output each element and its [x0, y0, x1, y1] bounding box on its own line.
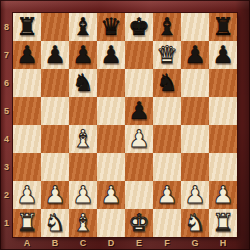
square-a7[interactable]: ♟ [13, 41, 41, 69]
file-label-a: A [13, 236, 41, 250]
square-f6[interactable]: ♞ [153, 69, 181, 97]
file-label-d: D [97, 236, 125, 250]
square-g3[interactable] [181, 153, 209, 181]
square-e8[interactable]: ♚ [125, 13, 153, 41]
file-labels: ABCDEFGH [13, 236, 237, 250]
square-f2[interactable]: ♟ [153, 181, 181, 209]
square-h2[interactable]: ♟ [209, 181, 237, 209]
square-h6[interactable] [209, 69, 237, 97]
square-c4[interactable]: ♝ [69, 125, 97, 153]
square-d7[interactable]: ♟ [97, 41, 125, 69]
black-knight-f6[interactable]: ♞ [153, 69, 181, 97]
square-a2[interactable]: ♟ [13, 181, 41, 209]
file-label-g: G [181, 236, 209, 250]
square-b6[interactable] [41, 69, 69, 97]
rank-label-4: 4 [0, 125, 13, 153]
square-e2[interactable] [125, 181, 153, 209]
black-king-e8[interactable]: ♚ [125, 13, 153, 41]
black-knight-c6[interactable]: ♞ [69, 69, 97, 97]
file-label-f: F [153, 236, 181, 250]
square-f1[interactable] [153, 209, 181, 237]
square-e6[interactable] [125, 69, 153, 97]
white-queen-f7[interactable]: ♛ [153, 41, 181, 69]
square-g4[interactable] [181, 125, 209, 153]
square-g5[interactable] [181, 97, 209, 125]
file-label-b: B [41, 236, 69, 250]
square-e4[interactable]: ♟ [125, 125, 153, 153]
square-d5[interactable] [97, 97, 125, 125]
white-rook-h1[interactable]: ♜ [209, 209, 237, 237]
square-g7[interactable]: ♟ [181, 41, 209, 69]
square-g2[interactable]: ♟ [181, 181, 209, 209]
black-bishop-f8[interactable]: ♝ [153, 13, 181, 41]
square-g1[interactable]: ♞ [181, 209, 209, 237]
white-knight-b1[interactable]: ♞ [41, 209, 69, 237]
square-d8[interactable]: ♛ [97, 13, 125, 41]
square-a4[interactable] [13, 125, 41, 153]
square-a1[interactable]: ♜ [13, 209, 41, 237]
white-pawn-a2[interactable]: ♟ [13, 181, 41, 209]
square-f8[interactable]: ♝ [153, 13, 181, 41]
white-pawn-b2[interactable]: ♟ [41, 181, 69, 209]
square-h5[interactable] [209, 97, 237, 125]
square-e5[interactable]: ♟ [125, 97, 153, 125]
square-b4[interactable] [41, 125, 69, 153]
square-h1[interactable]: ♜ [209, 209, 237, 237]
square-b7[interactable]: ♟ [41, 41, 69, 69]
square-d3[interactable] [97, 153, 125, 181]
square-e3[interactable] [125, 153, 153, 181]
white-pawn-c2[interactable]: ♟ [69, 181, 97, 209]
white-pawn-g2[interactable]: ♟ [181, 181, 209, 209]
black-pawn-b7[interactable]: ♟ [41, 41, 69, 69]
black-pawn-c7[interactable]: ♟ [69, 41, 97, 69]
rank-label-8: 8 [0, 13, 13, 41]
black-pawn-a7[interactable]: ♟ [13, 41, 41, 69]
rank-label-5: 5 [0, 97, 13, 125]
square-d2[interactable]: ♟ [97, 181, 125, 209]
square-d6[interactable] [97, 69, 125, 97]
square-b3[interactable] [41, 153, 69, 181]
rank-label-2: 2 [0, 181, 13, 209]
black-pawn-e5[interactable]: ♟ [125, 97, 153, 125]
white-pawn-f2[interactable]: ♟ [153, 181, 181, 209]
white-pawn-d2[interactable]: ♟ [97, 181, 125, 209]
square-b5[interactable] [41, 97, 69, 125]
square-d1[interactable] [97, 209, 125, 237]
square-g8[interactable] [181, 13, 209, 41]
rank-labels: 87654321 [0, 13, 13, 237]
black-pawn-d7[interactable]: ♟ [97, 41, 125, 69]
rank-label-1: 1 [0, 209, 13, 237]
black-queen-d8[interactable]: ♛ [97, 13, 125, 41]
black-pawn-g7[interactable]: ♟ [181, 41, 209, 69]
square-h4[interactable] [209, 125, 237, 153]
white-king-e1[interactable]: ♚ [125, 209, 153, 237]
file-label-h: H [209, 236, 237, 250]
square-c2[interactable]: ♟ [69, 181, 97, 209]
white-bishop-c1[interactable]: ♝ [69, 209, 97, 237]
white-pawn-h2[interactable]: ♟ [209, 181, 237, 209]
white-bishop-c4[interactable]: ♝ [69, 125, 97, 153]
square-h3[interactable] [209, 153, 237, 181]
rank-label-6: 6 [0, 69, 13, 97]
square-c7[interactable]: ♟ [69, 41, 97, 69]
white-pawn-e4[interactable]: ♟ [125, 125, 153, 153]
white-rook-a1[interactable]: ♜ [13, 209, 41, 237]
black-bishop-c8[interactable]: ♝ [69, 13, 97, 41]
square-c3[interactable] [69, 153, 97, 181]
square-d4[interactable] [97, 125, 125, 153]
square-a5[interactable] [13, 97, 41, 125]
square-f4[interactable] [153, 125, 181, 153]
square-b8[interactable] [41, 13, 69, 41]
chess-board: ♜♝♛♚♝♜♟♟♟♟♛♟♟♞♞♟♝♟♟♟♟♟♟♟♟♜♞♝♚♞♜ [13, 13, 237, 237]
square-e7[interactable] [125, 41, 153, 69]
square-a3[interactable] [13, 153, 41, 181]
square-f7[interactable]: ♛ [153, 41, 181, 69]
square-c6[interactable]: ♞ [69, 69, 97, 97]
chessboard-widget: 87654321 ♜♝♛♚♝♜♟♟♟♟♛♟♟♞♞♟♝♟♟♟♟♟♟♟♟♜♞♝♚♞♜… [0, 0, 250, 250]
square-c5[interactable] [69, 97, 97, 125]
rank-label-7: 7 [0, 41, 13, 69]
white-knight-g1[interactable]: ♞ [181, 209, 209, 237]
square-g6[interactable] [181, 69, 209, 97]
square-f3[interactable] [153, 153, 181, 181]
square-b1[interactable]: ♞ [41, 209, 69, 237]
square-b2[interactable]: ♟ [41, 181, 69, 209]
black-rook-a8[interactable]: ♜ [13, 13, 41, 41]
black-rook-h8[interactable]: ♜ [209, 13, 237, 41]
square-c1[interactable]: ♝ [69, 209, 97, 237]
square-h7[interactable]: ♟ [209, 41, 237, 69]
file-label-c: C [69, 236, 97, 250]
square-c8[interactable]: ♝ [69, 13, 97, 41]
square-a6[interactable] [13, 69, 41, 97]
square-e1[interactable]: ♚ [125, 209, 153, 237]
file-label-e: E [125, 236, 153, 250]
black-pawn-h7[interactable]: ♟ [209, 41, 237, 69]
square-a8[interactable]: ♜ [13, 13, 41, 41]
rank-label-3: 3 [0, 153, 13, 181]
square-h8[interactable]: ♜ [209, 13, 237, 41]
square-f5[interactable] [153, 97, 181, 125]
